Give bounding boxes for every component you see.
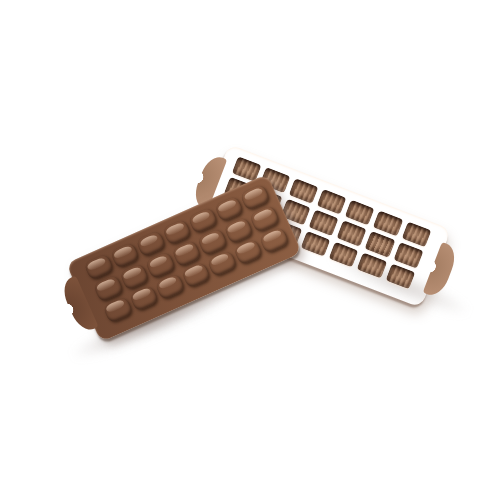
chocolate-pillow-bump-shading xyxy=(148,254,168,269)
chocolate-pillow-bump-shading xyxy=(122,266,142,281)
chocolate-pillow-bump xyxy=(259,226,289,254)
mold-cavity xyxy=(337,221,367,247)
mold-cavity xyxy=(308,210,338,236)
mold-cavity-shading xyxy=(300,231,330,257)
chocolate-pillow-bump-shading xyxy=(131,287,151,302)
chocolate-pillow-bump-shading xyxy=(96,277,116,292)
mold-cavity xyxy=(329,241,359,267)
mold-cavity-shading xyxy=(337,221,367,247)
chocolate-pillow-bump-shading xyxy=(262,229,282,244)
pillow-grid xyxy=(83,184,289,324)
mold-cavity xyxy=(300,231,330,257)
chocolate-pillow-bump xyxy=(129,284,159,312)
chocolate-pillow-bump-shading xyxy=(252,208,272,223)
mold-cavity xyxy=(393,242,423,268)
chocolate-pillow-bump-shading xyxy=(236,241,256,256)
chocolate-pillow-bump xyxy=(233,238,263,266)
product-photo xyxy=(0,0,480,480)
chocolate-pillow-bump-shading xyxy=(139,233,159,248)
chocolate-pillow-bump-shading xyxy=(243,186,263,201)
chocolate-pillow-bump-shading xyxy=(165,221,185,236)
mold-cavity-shading xyxy=(365,231,395,257)
mold-cavity xyxy=(385,263,415,289)
chocolate-pillow-bump-shading xyxy=(217,198,237,213)
chocolate-pillow-bump xyxy=(181,261,211,289)
chocolate-pillow-bump-shading xyxy=(184,264,204,279)
mold-cavity-shading xyxy=(385,263,415,289)
chocolate-pillow-bump-shading xyxy=(191,210,211,225)
chocolate-pillow-bump-shading xyxy=(174,243,194,258)
mold-cavity-shading xyxy=(357,252,387,278)
chocolate-pillow-bump-shading xyxy=(200,231,220,246)
chocolate-pillow-bump-shading xyxy=(105,299,125,314)
mold-cavity xyxy=(365,231,395,257)
chocolate-pillow-bump xyxy=(155,273,185,301)
mold-cavity xyxy=(357,252,387,278)
chocolate-pillow-bump xyxy=(102,296,132,324)
chocolate-pillow-bump-shading xyxy=(86,256,106,271)
chocolate-pillow-bump-shading xyxy=(210,252,230,267)
mold-cavity-shading xyxy=(393,242,423,268)
mold-cavity-shading xyxy=(308,210,338,236)
chocolate-pillow-bump-shading xyxy=(112,245,132,260)
chocolate-pillow-bump-shading xyxy=(226,219,246,234)
mold-cavity-shading xyxy=(329,241,359,267)
chocolate-pillow-bump-shading xyxy=(158,276,178,291)
chocolate-pillow-bump xyxy=(207,249,237,277)
